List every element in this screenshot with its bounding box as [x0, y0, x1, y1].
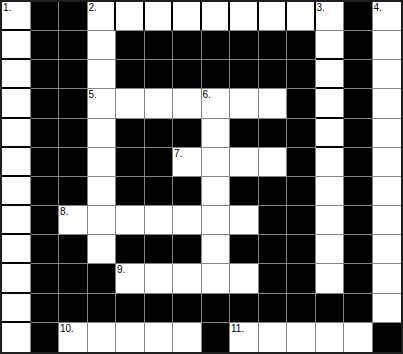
white-cell[interactable]: [259, 323, 288, 352]
black-cell: [202, 60, 231, 89]
black-cell: [287, 60, 316, 89]
black-cell: [31, 31, 60, 60]
black-cell: [31, 119, 60, 148]
black-cell: [259, 294, 288, 323]
white-cell[interactable]: [316, 206, 345, 235]
black-cell: [31, 206, 60, 235]
clue-number: 1.: [3, 2, 11, 14]
white-cell[interactable]: [230, 264, 259, 293]
black-cell: [344, 264, 373, 293]
black-cell: [287, 89, 316, 118]
white-cell[interactable]: [259, 89, 288, 118]
black-cell: [59, 60, 88, 89]
white-cell[interactable]: [88, 119, 117, 148]
white-cell[interactable]: [145, 206, 174, 235]
clue-number: 4.: [374, 2, 382, 14]
white-cell[interactable]: 1.: [2, 2, 31, 31]
black-cell: [287, 119, 316, 148]
white-cell[interactable]: [373, 119, 402, 148]
white-cell[interactable]: [145, 89, 174, 118]
clue-number: 6.: [203, 89, 211, 101]
white-cell[interactable]: [116, 206, 145, 235]
black-cell: [344, 177, 373, 206]
white-cell[interactable]: [173, 89, 202, 118]
white-cell[interactable]: 7.: [173, 148, 202, 177]
white-cell[interactable]: [88, 323, 117, 352]
white-cell[interactable]: [145, 2, 174, 31]
black-cell: [344, 206, 373, 235]
black-cell: [173, 177, 202, 206]
white-cell[interactable]: 2.: [88, 2, 117, 31]
black-cell: [202, 294, 231, 323]
white-cell[interactable]: [259, 2, 288, 31]
white-cell[interactable]: [373, 294, 402, 323]
black-cell: [31, 235, 60, 264]
white-cell[interactable]: [316, 177, 345, 206]
white-cell[interactable]: [373, 206, 402, 235]
black-cell: [259, 31, 288, 60]
white-cell[interactable]: [259, 148, 288, 177]
white-cell[interactable]: [88, 177, 117, 206]
white-cell[interactable]: [287, 2, 316, 31]
white-cell[interactable]: [373, 177, 402, 206]
black-cell: [59, 2, 88, 31]
white-cell[interactable]: [2, 323, 31, 352]
white-cell[interactable]: [316, 148, 345, 177]
black-cell: [344, 2, 373, 31]
black-cell: [59, 294, 88, 323]
clue-number: 3.: [317, 2, 325, 14]
white-cell[interactable]: [88, 148, 117, 177]
white-cell[interactable]: 10.: [59, 323, 88, 352]
black-cell: [173, 31, 202, 60]
black-cell: [59, 177, 88, 206]
white-cell[interactable]: [173, 206, 202, 235]
clue-number: 2.: [89, 2, 97, 14]
black-cell: [344, 89, 373, 118]
black-cell: [230, 235, 259, 264]
black-cell: [259, 206, 288, 235]
black-cell: [116, 235, 145, 264]
white-cell[interactable]: [230, 206, 259, 235]
clue-number: 7.: [174, 148, 182, 160]
white-cell[interactable]: [230, 148, 259, 177]
black-cell: [259, 177, 288, 206]
white-cell[interactable]: 6.: [202, 89, 231, 118]
black-cell: [116, 119, 145, 148]
black-cell: [230, 31, 259, 60]
black-cell: [145, 177, 174, 206]
white-cell[interactable]: [316, 89, 345, 118]
white-cell[interactable]: [88, 206, 117, 235]
black-cell: [259, 119, 288, 148]
black-cell: [88, 294, 117, 323]
black-cell: [59, 31, 88, 60]
black-cell: [145, 60, 174, 89]
white-cell[interactable]: [316, 264, 345, 293]
white-cell[interactable]: [116, 323, 145, 352]
white-cell[interactable]: [88, 235, 117, 264]
clue-number: 10.: [60, 323, 74, 335]
black-cell: [316, 294, 345, 323]
black-cell: [344, 294, 373, 323]
white-cell[interactable]: [173, 323, 202, 352]
black-cell: [344, 119, 373, 148]
black-cell: [173, 235, 202, 264]
black-cell: [116, 294, 145, 323]
black-cell: [31, 323, 60, 352]
black-cell: [88, 264, 117, 293]
black-cell: [59, 119, 88, 148]
black-cell: [259, 60, 288, 89]
white-cell[interactable]: [145, 264, 174, 293]
white-cell[interactable]: [316, 323, 345, 352]
black-cell: [145, 148, 174, 177]
black-cell: [31, 294, 60, 323]
white-cell[interactable]: [373, 31, 402, 60]
white-cell[interactable]: [116, 2, 145, 31]
white-cell[interactable]: [316, 60, 345, 89]
black-cell: [31, 177, 60, 206]
white-cell[interactable]: [373, 148, 402, 177]
white-cell[interactable]: [316, 31, 345, 60]
white-cell[interactable]: [2, 264, 31, 293]
black-cell: [287, 148, 316, 177]
black-cell: [259, 235, 288, 264]
white-cell[interactable]: [373, 89, 402, 118]
black-cell: [259, 264, 288, 293]
black-cell: [287, 294, 316, 323]
clue-number: 9.: [117, 264, 125, 276]
white-cell[interactable]: [202, 148, 231, 177]
black-cell: [31, 148, 60, 177]
white-cell[interactable]: [202, 2, 231, 31]
black-cell: [31, 2, 60, 31]
white-cell[interactable]: [202, 177, 231, 206]
black-cell: [173, 119, 202, 148]
white-cell[interactable]: [230, 2, 259, 31]
white-cell[interactable]: [2, 89, 31, 118]
white-cell[interactable]: [202, 206, 231, 235]
white-cell[interactable]: [202, 119, 231, 148]
black-cell: [373, 323, 402, 352]
white-cell[interactable]: [2, 294, 31, 323]
black-cell: [145, 31, 174, 60]
white-cell[interactable]: 11.: [230, 323, 259, 352]
black-cell: [287, 177, 316, 206]
black-cell: [287, 206, 316, 235]
black-cell: [59, 235, 88, 264]
white-cell[interactable]: [2, 119, 31, 148]
black-cell: [31, 264, 60, 293]
black-cell: [344, 235, 373, 264]
white-cell[interactable]: [287, 323, 316, 352]
black-cell: [287, 264, 316, 293]
white-cell[interactable]: [173, 2, 202, 31]
black-cell: [344, 60, 373, 89]
white-cell[interactable]: [2, 177, 31, 206]
clue-number: 5.: [89, 89, 97, 101]
white-cell[interactable]: [116, 89, 145, 118]
white-cell[interactable]: [344, 323, 373, 352]
white-cell[interactable]: [2, 206, 31, 235]
black-cell: [145, 235, 174, 264]
white-cell[interactable]: 4.: [373, 2, 402, 31]
black-cell: [230, 119, 259, 148]
white-cell[interactable]: [2, 31, 31, 60]
black-cell: [59, 148, 88, 177]
black-cell: [202, 323, 231, 352]
black-cell: [173, 60, 202, 89]
black-cell: [59, 264, 88, 293]
black-cell: [59, 89, 88, 118]
black-cell: [202, 31, 231, 60]
white-cell[interactable]: [316, 119, 345, 148]
clue-number: 11.: [231, 323, 244, 335]
black-cell: [287, 31, 316, 60]
white-cell[interactable]: [230, 89, 259, 118]
white-cell[interactable]: [88, 31, 117, 60]
black-cell: [287, 235, 316, 264]
white-cell[interactable]: 8.: [59, 206, 88, 235]
crossword-board: 1.2.3.4.5.6.7.8.9.10.11.: [0, 0, 403, 354]
black-cell: [145, 294, 174, 323]
white-cell[interactable]: [373, 235, 402, 264]
white-cell[interactable]: [2, 60, 31, 89]
white-cell[interactable]: [2, 235, 31, 264]
white-cell[interactable]: [373, 264, 402, 293]
white-cell[interactable]: 3.: [316, 2, 345, 31]
black-cell: [31, 89, 60, 118]
white-cell[interactable]: 9.: [116, 264, 145, 293]
black-cell: [116, 60, 145, 89]
clue-number: 8.: [60, 206, 68, 218]
black-cell: [116, 31, 145, 60]
white-cell[interactable]: [145, 323, 174, 352]
white-cell[interactable]: [173, 264, 202, 293]
white-cell[interactable]: [88, 60, 117, 89]
black-cell: [116, 177, 145, 206]
white-cell[interactable]: 5.: [88, 89, 117, 118]
black-cell: [116, 148, 145, 177]
white-cell[interactable]: [373, 60, 402, 89]
black-cell: [31, 60, 60, 89]
black-cell: [230, 60, 259, 89]
black-cell: [230, 294, 259, 323]
white-cell[interactable]: [202, 264, 231, 293]
black-cell: [344, 31, 373, 60]
white-cell[interactable]: [2, 148, 31, 177]
white-cell[interactable]: [316, 235, 345, 264]
black-cell: [230, 177, 259, 206]
black-cell: [173, 294, 202, 323]
black-cell: [344, 148, 373, 177]
black-cell: [145, 119, 174, 148]
white-cell[interactable]: [202, 235, 231, 264]
